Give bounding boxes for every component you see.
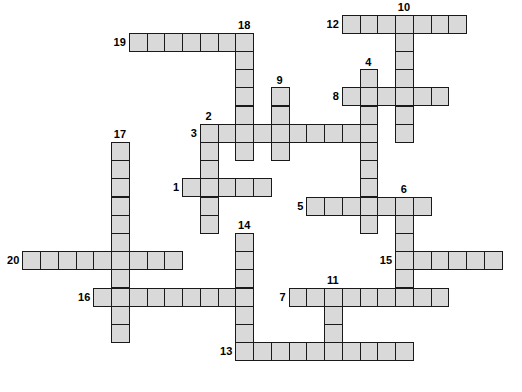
grid-cell[interactable] bbox=[306, 197, 325, 216]
grid-cell[interactable] bbox=[235, 124, 254, 143]
grid-cell[interactable] bbox=[235, 288, 254, 307]
grid-cell[interactable] bbox=[111, 324, 130, 343]
grid-cell[interactable] bbox=[395, 87, 414, 106]
grid-cell[interactable] bbox=[129, 33, 148, 52]
grid-cell[interactable] bbox=[218, 178, 237, 197]
grid-cell[interactable] bbox=[235, 233, 254, 252]
grid-cell[interactable] bbox=[147, 288, 166, 307]
clue-number-12-across: 12 bbox=[309, 15, 339, 33]
grid-cell[interactable] bbox=[377, 342, 396, 361]
grid-cell[interactable] bbox=[360, 288, 379, 307]
clue-number-2-down: 2 bbox=[189, 110, 229, 122]
grid-cell[interactable] bbox=[413, 251, 432, 270]
grid-cell[interactable] bbox=[395, 342, 414, 361]
grid-cell[interactable] bbox=[111, 215, 130, 234]
grid-cell[interactable] bbox=[306, 124, 325, 143]
grid-cell[interactable] bbox=[395, 33, 414, 52]
grid-cell[interactable] bbox=[22, 251, 41, 270]
grid-cell[interactable] bbox=[235, 142, 254, 161]
grid-cell[interactable] bbox=[235, 69, 254, 88]
grid-cell[interactable] bbox=[111, 288, 130, 307]
grid-cell[interactable] bbox=[324, 197, 343, 216]
grid-cell[interactable] bbox=[306, 288, 325, 307]
grid-cell[interactable] bbox=[271, 87, 290, 106]
grid-cell[interactable] bbox=[342, 124, 361, 143]
grid-cell[interactable] bbox=[360, 106, 379, 125]
grid-cell[interactable] bbox=[431, 15, 450, 34]
grid-cell[interactable] bbox=[377, 15, 396, 34]
grid-cell[interactable] bbox=[360, 142, 379, 161]
clue-number-9-down: 9 bbox=[260, 74, 300, 86]
clue-number-18-down: 18 bbox=[224, 19, 264, 31]
crossword-board: 1234567891011121314151617181920 bbox=[0, 0, 522, 392]
grid-cell[interactable] bbox=[395, 233, 414, 252]
grid-cell[interactable] bbox=[377, 87, 396, 106]
clue-number-4-down: 4 bbox=[348, 56, 388, 68]
grid-cell[interactable] bbox=[324, 342, 343, 361]
clue-number-14-down: 14 bbox=[224, 219, 264, 231]
clue-number-17-down: 17 bbox=[100, 128, 140, 140]
grid-cell[interactable] bbox=[111, 269, 130, 288]
grid-cell[interactable] bbox=[271, 342, 290, 361]
grid-cell[interactable] bbox=[147, 251, 166, 270]
clue-number-1-across: 1 bbox=[149, 178, 179, 196]
grid-cell[interactable] bbox=[395, 251, 414, 270]
grid-cell[interactable] bbox=[377, 197, 396, 216]
grid-cell[interactable] bbox=[395, 269, 414, 288]
grid-cell[interactable] bbox=[58, 251, 77, 270]
clue-number-15-across: 15 bbox=[362, 251, 392, 269]
grid-cell[interactable] bbox=[360, 69, 379, 88]
grid-cell[interactable] bbox=[289, 342, 308, 361]
grid-cell[interactable] bbox=[360, 15, 379, 34]
grid-cell[interactable] bbox=[253, 178, 272, 197]
grid-cell[interactable] bbox=[235, 269, 254, 288]
grid-cell[interactable] bbox=[324, 324, 343, 343]
grid-cell[interactable] bbox=[200, 142, 219, 161]
grid-cell[interactable] bbox=[235, 87, 254, 106]
grid-cell[interactable] bbox=[164, 288, 183, 307]
grid-cell[interactable] bbox=[342, 288, 361, 307]
grid-cell[interactable] bbox=[111, 160, 130, 179]
grid-cell[interactable] bbox=[271, 142, 290, 161]
clue-number-11-down: 11 bbox=[313, 274, 353, 286]
grid-cell[interactable] bbox=[360, 342, 379, 361]
grid-cell[interactable] bbox=[413, 197, 432, 216]
grid-cell[interactable] bbox=[218, 288, 237, 307]
grid-cell[interactable] bbox=[235, 324, 254, 343]
grid-cell[interactable] bbox=[111, 306, 130, 325]
clue-number-19-across: 19 bbox=[96, 33, 126, 51]
grid-cell[interactable] bbox=[218, 33, 237, 52]
grid-cell[interactable] bbox=[200, 124, 219, 143]
grid-cell[interactable] bbox=[413, 87, 432, 106]
clue-number-16-across: 16 bbox=[60, 288, 90, 306]
grid-cell[interactable] bbox=[342, 87, 361, 106]
clue-number-6-down: 6 bbox=[384, 183, 424, 195]
grid-cell[interactable] bbox=[164, 33, 183, 52]
clue-number-8-across: 8 bbox=[309, 87, 339, 105]
grid-cell[interactable] bbox=[200, 178, 219, 197]
clue-number-5-across: 5 bbox=[273, 197, 303, 215]
grid-cell[interactable] bbox=[200, 197, 219, 216]
grid-cell[interactable] bbox=[342, 342, 361, 361]
grid-cell[interactable] bbox=[324, 124, 343, 143]
grid-cell[interactable] bbox=[360, 124, 379, 143]
grid-cell[interactable] bbox=[235, 251, 254, 270]
grid-cell[interactable] bbox=[395, 288, 414, 307]
grid-cell[interactable] bbox=[111, 251, 130, 270]
grid-cell[interactable] bbox=[360, 178, 379, 197]
grid-cell[interactable] bbox=[235, 106, 254, 125]
grid-cell[interactable] bbox=[76, 251, 95, 270]
grid-cell[interactable] bbox=[182, 288, 201, 307]
grid-cell[interactable] bbox=[111, 178, 130, 197]
grid-cell[interactable] bbox=[342, 15, 361, 34]
clue-number-20-across: 20 bbox=[0, 251, 19, 269]
grid-cell[interactable] bbox=[395, 51, 414, 70]
grid-cell[interactable] bbox=[431, 87, 450, 106]
clue-number-3-across: 3 bbox=[167, 124, 197, 142]
grid-cell[interactable] bbox=[235, 178, 254, 197]
grid-cell[interactable] bbox=[413, 15, 432, 34]
grid-cell[interactable] bbox=[235, 33, 254, 52]
grid-cell[interactable] bbox=[360, 197, 379, 216]
grid-cell[interactable] bbox=[324, 288, 343, 307]
grid-cell[interactable] bbox=[413, 288, 432, 307]
grid-cell[interactable] bbox=[200, 215, 219, 234]
grid-cell[interactable] bbox=[182, 33, 201, 52]
grid-cell[interactable] bbox=[253, 342, 272, 361]
grid-cell[interactable] bbox=[40, 251, 59, 270]
grid-cell[interactable] bbox=[360, 87, 379, 106]
grid-cell[interactable] bbox=[306, 342, 325, 361]
grid-cell[interactable] bbox=[395, 15, 414, 34]
grid-cell[interactable] bbox=[271, 124, 290, 143]
grid-cell[interactable] bbox=[395, 197, 414, 216]
grid-cell[interactable] bbox=[111, 142, 130, 161]
grid-cell[interactable] bbox=[431, 251, 450, 270]
grid-cell[interactable] bbox=[218, 124, 237, 143]
grid-cell[interactable] bbox=[200, 160, 219, 179]
clue-number-7-across: 7 bbox=[256, 288, 286, 306]
grid-cell[interactable] bbox=[93, 251, 112, 270]
grid-cell[interactable] bbox=[235, 51, 254, 70]
grid-cell[interactable] bbox=[93, 288, 112, 307]
grid-cell[interactable] bbox=[360, 215, 379, 234]
grid-cell[interactable] bbox=[448, 15, 467, 34]
clue-number-13-across: 13 bbox=[202, 342, 232, 360]
grid-cell[interactable] bbox=[200, 33, 219, 52]
grid-cell[interactable] bbox=[182, 178, 201, 197]
grid-cell[interactable] bbox=[129, 251, 148, 270]
grid-cell[interactable] bbox=[360, 160, 379, 179]
grid-cell[interactable] bbox=[289, 124, 308, 143]
grid-cell[interactable] bbox=[235, 342, 254, 361]
grid-cell[interactable] bbox=[253, 124, 272, 143]
grid-cell[interactable] bbox=[431, 288, 450, 307]
grid-cell[interactable] bbox=[377, 288, 396, 307]
grid-cell[interactable] bbox=[129, 288, 148, 307]
grid-cell[interactable] bbox=[395, 124, 414, 143]
grid-cell[interactable] bbox=[395, 106, 414, 125]
grid-cell[interactable] bbox=[324, 306, 343, 325]
grid-cell[interactable] bbox=[200, 288, 219, 307]
grid-cell[interactable] bbox=[111, 197, 130, 216]
grid-cell[interactable] bbox=[147, 33, 166, 52]
grid-cell[interactable] bbox=[466, 251, 485, 270]
grid-cell[interactable] bbox=[484, 251, 503, 270]
grid-cell[interactable] bbox=[164, 251, 183, 270]
grid-cell[interactable] bbox=[235, 306, 254, 325]
grid-cell[interactable] bbox=[448, 251, 467, 270]
grid-cell[interactable] bbox=[111, 233, 130, 252]
grid-cell[interactable] bbox=[395, 69, 414, 88]
grid-cell[interactable] bbox=[289, 288, 308, 307]
clue-number-10-down: 10 bbox=[384, 1, 424, 13]
grid-cell[interactable] bbox=[342, 197, 361, 216]
grid-cell[interactable] bbox=[395, 215, 414, 234]
grid-cell[interactable] bbox=[271, 106, 290, 125]
